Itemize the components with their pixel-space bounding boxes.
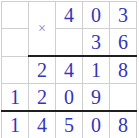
cell-r2c1 bbox=[2, 29, 29, 57]
cell-r3c4: 1 bbox=[83, 56, 110, 84]
cell-r1c3: 4 bbox=[56, 2, 83, 29]
cell-r1c5: 3 bbox=[110, 2, 137, 29]
cell-r4c3: 0 bbox=[56, 84, 83, 112]
multiplication-grid: × 4 0 3 3 6 2 4 1 8 1 2 0 9 1 4 5 0 8 bbox=[1, 1, 137, 138]
cell-r2c3 bbox=[56, 29, 83, 57]
cell-r3c5: 8 bbox=[110, 56, 137, 84]
row-product: 1 4 5 0 8 bbox=[2, 111, 137, 138]
row-multiplier: 3 6 bbox=[2, 29, 137, 57]
cell-r3c1 bbox=[2, 56, 29, 84]
cell-r4c1: 1 bbox=[2, 84, 29, 112]
cell-r1c1 bbox=[2, 2, 29, 29]
cell-r5c2: 4 bbox=[29, 111, 56, 138]
cell-r5c1: 1 bbox=[2, 111, 29, 138]
row-partial-product-1: 2 4 1 8 bbox=[2, 56, 137, 84]
cell-r4c5 bbox=[110, 84, 137, 112]
cell-r2c5: 6 bbox=[110, 29, 137, 57]
cell-r3c2: 2 bbox=[29, 56, 56, 84]
cell-r3c3: 4 bbox=[56, 56, 83, 84]
cell-r5c4: 0 bbox=[83, 111, 110, 138]
row-multiplicand: × 4 0 3 bbox=[2, 2, 137, 29]
cell-r1c4: 0 bbox=[83, 2, 110, 29]
cell-r5c3: 5 bbox=[56, 111, 83, 138]
cell-r4c2: 2 bbox=[29, 84, 56, 112]
multiplication-sign: × bbox=[29, 2, 56, 57]
row-partial-product-2: 1 2 0 9 bbox=[2, 84, 137, 112]
cell-r5c5: 8 bbox=[110, 111, 137, 138]
cell-r4c4: 9 bbox=[83, 84, 110, 112]
cell-r2c4: 3 bbox=[83, 29, 110, 57]
